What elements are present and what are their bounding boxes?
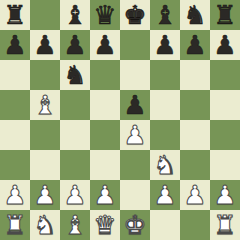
- piece-black-knight[interactable]: ♞: [63, 60, 86, 90]
- piece-black-pawn[interactable]: ♟: [153, 30, 176, 60]
- square-b6[interactable]: [30, 60, 60, 90]
- piece-white-pawn[interactable]: ♟: [183, 180, 206, 210]
- piece-black-knight[interactable]: ♞: [183, 0, 206, 30]
- square-d1[interactable]: ♛: [90, 210, 120, 240]
- chess-board: ♜♝♛♚♝♞♜♟♟♟♟♟♟♟♞♝♟♟♞♟♟♟♟♟♟♟♜♞♝♛♚♜: [0, 0, 240, 240]
- square-g1[interactable]: [180, 210, 210, 240]
- square-g8[interactable]: ♞: [180, 0, 210, 30]
- piece-black-pawn[interactable]: ♟: [3, 30, 26, 60]
- piece-white-queen[interactable]: ♛: [93, 210, 116, 240]
- square-h8[interactable]: ♜: [210, 0, 240, 30]
- square-f1[interactable]: [150, 210, 180, 240]
- square-f5[interactable]: [150, 90, 180, 120]
- square-b3[interactable]: [30, 150, 60, 180]
- square-g2[interactable]: ♟: [180, 180, 210, 210]
- piece-black-pawn[interactable]: ♟: [183, 30, 206, 60]
- piece-black-pawn[interactable]: ♟: [63, 30, 86, 60]
- square-a7[interactable]: ♟: [0, 30, 30, 60]
- square-h1[interactable]: ♜: [210, 210, 240, 240]
- square-g7[interactable]: ♟: [180, 30, 210, 60]
- piece-black-pawn[interactable]: ♟: [33, 30, 56, 60]
- square-c8[interactable]: ♝: [60, 0, 90, 30]
- square-b4[interactable]: [30, 120, 60, 150]
- square-c4[interactable]: [60, 120, 90, 150]
- square-f3[interactable]: ♞: [150, 150, 180, 180]
- piece-white-pawn[interactable]: ♟: [153, 180, 176, 210]
- square-f2[interactable]: ♟: [150, 180, 180, 210]
- square-d6[interactable]: [90, 60, 120, 90]
- square-e4[interactable]: ♟: [120, 120, 150, 150]
- piece-black-pawn[interactable]: ♟: [123, 90, 146, 120]
- square-e6[interactable]: [120, 60, 150, 90]
- piece-black-rook[interactable]: ♜: [3, 0, 26, 30]
- square-g5[interactable]: [180, 90, 210, 120]
- square-c2[interactable]: ♟: [60, 180, 90, 210]
- piece-black-bishop[interactable]: ♝: [153, 0, 176, 30]
- piece-white-pawn[interactable]: ♟: [93, 180, 116, 210]
- piece-white-rook[interactable]: ♜: [3, 210, 26, 240]
- square-e1[interactable]: ♚: [120, 210, 150, 240]
- piece-white-pawn[interactable]: ♟: [213, 180, 236, 210]
- square-f7[interactable]: ♟: [150, 30, 180, 60]
- square-h2[interactable]: ♟: [210, 180, 240, 210]
- square-a3[interactable]: [0, 150, 30, 180]
- square-b5[interactable]: ♝: [30, 90, 60, 120]
- square-d4[interactable]: [90, 120, 120, 150]
- piece-black-rook[interactable]: ♜: [213, 0, 236, 30]
- piece-black-king[interactable]: ♚: [123, 0, 146, 30]
- piece-white-rook[interactable]: ♜: [213, 210, 236, 240]
- square-e5[interactable]: ♟: [120, 90, 150, 120]
- piece-white-king[interactable]: ♚: [123, 210, 146, 240]
- piece-white-pawn[interactable]: ♟: [63, 180, 86, 210]
- square-d8[interactable]: ♛: [90, 0, 120, 30]
- square-d2[interactable]: ♟: [90, 180, 120, 210]
- square-f4[interactable]: [150, 120, 180, 150]
- square-a8[interactable]: ♜: [0, 0, 30, 30]
- square-b7[interactable]: ♟: [30, 30, 60, 60]
- square-e2[interactable]: [120, 180, 150, 210]
- square-f6[interactable]: [150, 60, 180, 90]
- square-c5[interactable]: [60, 90, 90, 120]
- piece-black-bishop[interactable]: ♝: [63, 0, 86, 30]
- piece-white-pawn[interactable]: ♟: [3, 180, 26, 210]
- square-h6[interactable]: [210, 60, 240, 90]
- square-h3[interactable]: [210, 150, 240, 180]
- square-h5[interactable]: [210, 90, 240, 120]
- square-c3[interactable]: [60, 150, 90, 180]
- square-g6[interactable]: [180, 60, 210, 90]
- square-b2[interactable]: ♟: [30, 180, 60, 210]
- square-a4[interactable]: [0, 120, 30, 150]
- square-c1[interactable]: ♝: [60, 210, 90, 240]
- piece-white-knight[interactable]: ♞: [33, 210, 56, 240]
- square-g3[interactable]: [180, 150, 210, 180]
- piece-white-knight[interactable]: ♞: [153, 150, 176, 180]
- square-e3[interactable]: [120, 150, 150, 180]
- square-h7[interactable]: ♟: [210, 30, 240, 60]
- square-d7[interactable]: ♟: [90, 30, 120, 60]
- piece-white-bishop[interactable]: ♝: [33, 90, 56, 120]
- square-b1[interactable]: ♞: [30, 210, 60, 240]
- square-a5[interactable]: [0, 90, 30, 120]
- piece-black-pawn[interactable]: ♟: [213, 30, 236, 60]
- square-e8[interactable]: ♚: [120, 0, 150, 30]
- square-f8[interactable]: ♝: [150, 0, 180, 30]
- square-a2[interactable]: ♟: [0, 180, 30, 210]
- square-e7[interactable]: [120, 30, 150, 60]
- piece-black-queen[interactable]: ♛: [93, 0, 116, 30]
- piece-white-pawn[interactable]: ♟: [123, 120, 146, 150]
- square-c7[interactable]: ♟: [60, 30, 90, 60]
- piece-white-bishop[interactable]: ♝: [63, 210, 86, 240]
- square-d3[interactable]: [90, 150, 120, 180]
- square-a1[interactable]: ♜: [0, 210, 30, 240]
- square-g4[interactable]: [180, 120, 210, 150]
- square-c6[interactable]: ♞: [60, 60, 90, 90]
- piece-black-pawn[interactable]: ♟: [93, 30, 116, 60]
- square-d5[interactable]: [90, 90, 120, 120]
- piece-white-pawn[interactable]: ♟: [33, 180, 56, 210]
- square-b8[interactable]: [30, 0, 60, 30]
- square-h4[interactable]: [210, 120, 240, 150]
- square-a6[interactable]: [0, 60, 30, 90]
